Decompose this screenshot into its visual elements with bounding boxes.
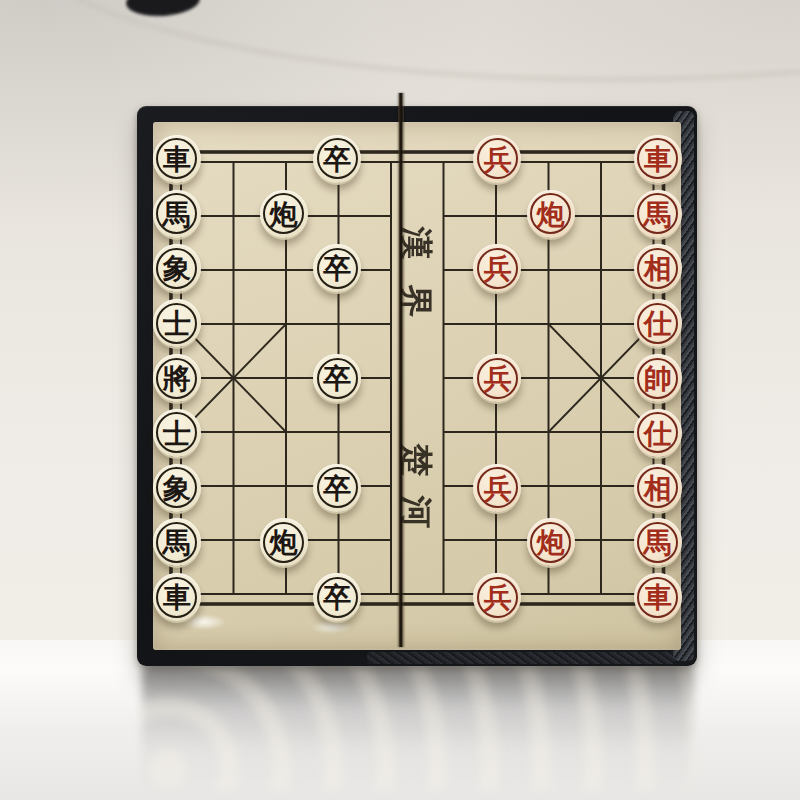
piece-black-advisor[interactable]: 士 bbox=[153, 299, 201, 347]
piece-black-elephant[interactable]: 象 bbox=[153, 244, 201, 292]
piece-character: 馬 bbox=[644, 529, 672, 557]
piece-character: 將 bbox=[163, 365, 191, 393]
piece-character: 士 bbox=[163, 420, 191, 448]
piece-red-soldier[interactable]: 兵 bbox=[473, 135, 521, 183]
piece-character: 車 bbox=[644, 584, 672, 612]
piece-black-cannon[interactable]: 炮 bbox=[260, 518, 308, 566]
piece-black-horse[interactable]: 馬 bbox=[153, 518, 201, 566]
piece-character: 卒 bbox=[323, 584, 351, 612]
piece-character: 車 bbox=[163, 146, 191, 174]
piece-character: 相 bbox=[644, 475, 672, 503]
piece-character: 馬 bbox=[644, 201, 672, 229]
piece-red-soldier[interactable]: 兵 bbox=[473, 464, 521, 512]
piece-character: 卒 bbox=[323, 475, 351, 503]
piece-character: 相 bbox=[644, 255, 672, 283]
piece-black-chariot[interactable]: 車 bbox=[153, 135, 201, 183]
piece-character: 車 bbox=[644, 146, 672, 174]
board-surface: 漢 界 楚 河 車馬象士將士象馬車炮炮卒卒卒卒卒兵兵兵兵兵炮炮車馬相仕帥仕相馬車 bbox=[153, 122, 681, 650]
piece-character: 炮 bbox=[537, 529, 565, 557]
piece-red-cannon[interactable]: 炮 bbox=[527, 518, 575, 566]
piece-character: 卒 bbox=[323, 255, 351, 283]
piece-character: 車 bbox=[163, 584, 191, 612]
piece-red-elephant[interactable]: 相 bbox=[634, 464, 682, 512]
piece-character: 炮 bbox=[270, 529, 298, 557]
pieces-layer: 車馬象士將士象馬車炮炮卒卒卒卒卒兵兵兵兵兵炮炮車馬相仕帥仕相馬車 bbox=[153, 122, 681, 650]
piece-character: 兵 bbox=[483, 365, 511, 393]
piece-black-advisor[interactable]: 士 bbox=[153, 409, 201, 457]
piece-character: 兵 bbox=[483, 255, 511, 283]
piece-red-advisor[interactable]: 仕 bbox=[634, 299, 682, 347]
piece-character: 士 bbox=[163, 310, 191, 338]
piece-red-soldier[interactable]: 兵 bbox=[473, 573, 521, 621]
piece-character: 仕 bbox=[644, 310, 672, 338]
piece-character: 炮 bbox=[270, 201, 298, 229]
piece-character: 帥 bbox=[644, 365, 672, 393]
piece-red-horse[interactable]: 馬 bbox=[634, 190, 682, 238]
piece-character: 兵 bbox=[483, 584, 511, 612]
piece-character: 馬 bbox=[163, 529, 191, 557]
piece-red-cannon[interactable]: 炮 bbox=[527, 190, 575, 238]
piece-black-general[interactable]: 將 bbox=[153, 354, 201, 402]
piece-red-horse[interactable]: 馬 bbox=[634, 518, 682, 566]
piece-character: 卒 bbox=[323, 365, 351, 393]
piece-red-soldier[interactable]: 兵 bbox=[473, 244, 521, 292]
piece-character: 炮 bbox=[537, 201, 565, 229]
piece-black-cannon[interactable]: 炮 bbox=[260, 190, 308, 238]
piece-red-elephant[interactable]: 相 bbox=[634, 244, 682, 292]
piece-black-horse[interactable]: 馬 bbox=[153, 190, 201, 238]
piece-black-soldier[interactable]: 卒 bbox=[313, 135, 361, 183]
piece-black-soldier[interactable]: 卒 bbox=[313, 244, 361, 292]
piece-red-soldier[interactable]: 兵 bbox=[473, 354, 521, 402]
piece-red-advisor[interactable]: 仕 bbox=[634, 409, 682, 457]
piece-black-chariot[interactable]: 車 bbox=[153, 573, 201, 621]
piece-red-chariot[interactable]: 車 bbox=[634, 573, 682, 621]
frame-texture-bottom bbox=[367, 652, 675, 664]
piece-character: 兵 bbox=[483, 146, 511, 174]
board-reflection bbox=[142, 664, 694, 790]
piece-black-soldier[interactable]: 卒 bbox=[313, 354, 361, 402]
piece-black-soldier[interactable]: 卒 bbox=[313, 464, 361, 512]
piece-character: 卒 bbox=[323, 146, 351, 174]
piece-red-chariot[interactable]: 車 bbox=[634, 135, 682, 183]
piece-character: 兵 bbox=[483, 475, 511, 503]
piece-black-elephant[interactable]: 象 bbox=[153, 464, 201, 512]
piece-character: 馬 bbox=[163, 201, 191, 229]
piece-red-general[interactable]: 帥 bbox=[634, 354, 682, 402]
piece-character: 象 bbox=[163, 475, 191, 503]
piece-character: 仕 bbox=[644, 420, 672, 448]
xiangqi-board: 漢 界 楚 河 車馬象士將士象馬車炮炮卒卒卒卒卒兵兵兵兵兵炮炮車馬相仕帥仕相馬車 bbox=[137, 106, 697, 666]
piece-character: 象 bbox=[163, 255, 191, 283]
piece-black-soldier[interactable]: 卒 bbox=[313, 573, 361, 621]
